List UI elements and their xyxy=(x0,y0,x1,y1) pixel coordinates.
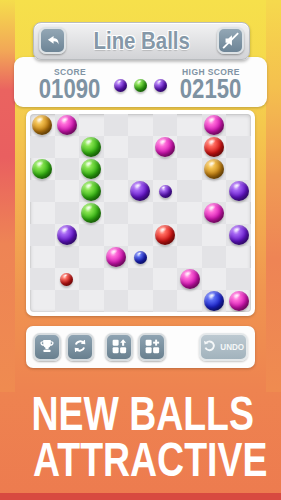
add-balls-button[interactable] xyxy=(138,333,166,361)
board-cell-r1c0[interactable] xyxy=(30,136,55,158)
preview-ball-blue[interactable] xyxy=(134,251,147,264)
board-cell-r2c5[interactable] xyxy=(153,158,178,180)
ball-gold[interactable] xyxy=(32,115,52,135)
board-cell-r2c8[interactable] xyxy=(226,158,251,180)
ball-green[interactable] xyxy=(81,159,101,179)
board-cell-r5c4[interactable] xyxy=(128,224,153,246)
board-cell-r4c5[interactable] xyxy=(153,202,178,224)
ball-red[interactable] xyxy=(204,137,224,157)
board-cell-r1c2[interactable] xyxy=(79,136,104,158)
undo-button[interactable]: UNDO xyxy=(199,333,248,361)
ball-magenta[interactable] xyxy=(106,247,126,267)
board-cell-r0c2[interactable] xyxy=(79,114,104,136)
board-cell-r3c7[interactable] xyxy=(202,180,227,202)
board-cell-r4c6[interactable] xyxy=(177,202,202,224)
back-button[interactable] xyxy=(39,27,66,54)
background-bottom-strip xyxy=(0,493,281,500)
board-cell-r2c1[interactable] xyxy=(55,158,80,180)
board-cell-r8c2[interactable] xyxy=(79,290,104,312)
background-left-glow xyxy=(0,0,15,392)
ball-magenta[interactable] xyxy=(180,269,200,289)
high-score-block: HIGH SCORE 02150 xyxy=(167,67,255,102)
board-cell-r1c6[interactable] xyxy=(177,136,202,158)
ball-magenta[interactable] xyxy=(155,137,175,157)
board-cell-r4c0[interactable] xyxy=(30,202,55,224)
ball-purple[interactable] xyxy=(229,225,249,245)
achievements-button[interactable] xyxy=(33,333,61,361)
board-cell-r4c3[interactable] xyxy=(104,202,129,224)
board-cell-r6c8[interactable] xyxy=(226,246,251,268)
app-screen: Line Balls SCORE 01090 HIGH SCORE 02150 xyxy=(0,0,281,500)
board-cell-r2c4[interactable] xyxy=(128,158,153,180)
board-cell-r8c0[interactable] xyxy=(30,290,55,312)
next-balls-preview xyxy=(114,79,167,92)
undo-arrow-icon xyxy=(202,338,217,356)
board-cell-r3c6[interactable] xyxy=(177,180,202,202)
game-board-card xyxy=(26,110,255,316)
next-ball-green xyxy=(134,79,147,92)
board-cell-r4c7[interactable] xyxy=(202,202,227,224)
board-cell-r5c2[interactable] xyxy=(79,224,104,246)
board-cell-r1c7[interactable] xyxy=(202,136,227,158)
board-cell-r3c0[interactable] xyxy=(30,180,55,202)
ball-magenta[interactable] xyxy=(57,115,77,135)
board-cell-r0c1[interactable] xyxy=(55,114,80,136)
board-cell-r0c6[interactable] xyxy=(177,114,202,136)
board-cell-r6c6[interactable] xyxy=(177,246,202,268)
ball-magenta[interactable] xyxy=(204,115,224,135)
board-cell-r7c4[interactable] xyxy=(128,268,153,290)
ball-red[interactable] xyxy=(155,225,175,245)
grid-arrow-icon xyxy=(110,337,128,358)
ball-purple[interactable] xyxy=(57,225,77,245)
board-cell-r3c4[interactable] xyxy=(128,180,153,202)
board-cell-r7c8[interactable] xyxy=(226,268,251,290)
level-up-button[interactable] xyxy=(105,333,133,361)
board-cell-r0c5[interactable] xyxy=(153,114,178,136)
next-ball-purple xyxy=(114,79,127,92)
board-cell-r8c6[interactable] xyxy=(177,290,202,312)
board-cell-r3c3[interactable] xyxy=(104,180,129,202)
board-cell-r3c2[interactable] xyxy=(79,180,104,202)
undo-button-label: UNDO xyxy=(220,342,244,352)
board-cell-r0c3[interactable] xyxy=(104,114,129,136)
score-panel: SCORE 01090 HIGH SCORE 02150 xyxy=(14,57,267,107)
board-cell-r8c5[interactable] xyxy=(153,290,178,312)
board-cell-r0c8[interactable] xyxy=(226,114,251,136)
board-cell-r1c5[interactable] xyxy=(153,136,178,158)
board-cell-r7c0[interactable] xyxy=(30,268,55,290)
board-cell-r3c5[interactable] xyxy=(153,180,178,202)
board-cell-r5c3[interactable] xyxy=(104,224,129,246)
score-block: SCORE 01090 xyxy=(26,67,114,102)
trophy-icon xyxy=(38,337,56,358)
board-cell-r8c4[interactable] xyxy=(128,290,153,312)
grid-plus-icon xyxy=(143,337,161,358)
refresh-icon xyxy=(71,337,89,358)
board-cell-r2c2[interactable] xyxy=(79,158,104,180)
board-cell-r2c6[interactable] xyxy=(177,158,202,180)
board-cell-r7c1[interactable] xyxy=(55,268,80,290)
board-cell-r0c4[interactable] xyxy=(128,114,153,136)
preview-ball-purple[interactable] xyxy=(159,185,172,198)
board-cell-r5c5[interactable] xyxy=(153,224,178,246)
score-value: 01090 xyxy=(39,77,101,102)
ball-purple[interactable] xyxy=(130,181,150,201)
board-cell-r0c7[interactable] xyxy=(202,114,227,136)
background-right-glow xyxy=(266,0,281,392)
bottom-toolbar: UNDO xyxy=(26,326,255,368)
board-cell-r8c3[interactable] xyxy=(104,290,129,312)
high-score-value: 02150 xyxy=(180,77,242,102)
board-cell-r7c6[interactable] xyxy=(177,268,202,290)
preview-ball-red[interactable] xyxy=(60,273,73,286)
board-cell-r7c5[interactable] xyxy=(153,268,178,290)
board-cell-r1c3[interactable] xyxy=(104,136,129,158)
board-cell-r5c7[interactable] xyxy=(202,224,227,246)
board-cell-r8c7[interactable] xyxy=(202,290,227,312)
ball-purple[interactable] xyxy=(229,181,249,201)
board-cell-r2c3[interactable] xyxy=(104,158,129,180)
title-bar: Line Balls xyxy=(33,22,250,60)
board-cell-r2c0[interactable] xyxy=(30,158,55,180)
board-cell-r1c8[interactable] xyxy=(226,136,251,158)
ball-green[interactable] xyxy=(81,181,101,201)
board-cell-r8c8[interactable] xyxy=(226,290,251,312)
promo-caption: NEW BALLS ATTRACTIVE xyxy=(0,391,281,483)
board-cell-r5c8[interactable] xyxy=(226,224,251,246)
ball-green[interactable] xyxy=(81,137,101,157)
ball-magenta[interactable] xyxy=(229,291,249,311)
board-cell-r7c3[interactable] xyxy=(104,268,129,290)
board-cell-r5c0[interactable] xyxy=(30,224,55,246)
board-cell-r4c8[interactable] xyxy=(226,202,251,224)
ball-magenta[interactable] xyxy=(204,203,224,223)
board-cell-r5c6[interactable] xyxy=(177,224,202,246)
board-cell-r6c2[interactable] xyxy=(79,246,104,268)
ball-gold[interactable] xyxy=(204,159,224,179)
page-title: Line Balls xyxy=(93,27,189,55)
board-cell-r1c1[interactable] xyxy=(55,136,80,158)
restart-button[interactable] xyxy=(66,333,94,361)
game-board-grid xyxy=(30,114,251,312)
board-cell-r0c0[interactable] xyxy=(30,114,55,136)
board-cell-r6c0[interactable] xyxy=(30,246,55,268)
board-cell-r6c1[interactable] xyxy=(55,246,80,268)
board-cell-r3c1[interactable] xyxy=(55,180,80,202)
board-cell-r1c4[interactable] xyxy=(128,136,153,158)
board-cell-r7c7[interactable] xyxy=(202,268,227,290)
board-cell-r6c4[interactable] xyxy=(128,246,153,268)
ball-green[interactable] xyxy=(32,159,52,179)
ball-green[interactable] xyxy=(81,203,101,223)
next-ball-purple xyxy=(154,79,167,92)
board-cell-r6c7[interactable] xyxy=(202,246,227,268)
board-cell-r4c2[interactable] xyxy=(79,202,104,224)
board-cell-r8c1[interactable] xyxy=(55,290,80,312)
board-cell-r4c1[interactable] xyxy=(55,202,80,224)
promo-line-2: ATTRACTIVE xyxy=(33,437,267,483)
ball-blue[interactable] xyxy=(204,291,224,311)
board-cell-r6c3[interactable] xyxy=(104,246,129,268)
back-arrow-icon xyxy=(44,32,61,49)
board-cell-r5c1[interactable] xyxy=(55,224,80,246)
board-cell-r4c4[interactable] xyxy=(128,202,153,224)
board-cell-r7c2[interactable] xyxy=(79,268,104,290)
mute-button[interactable] xyxy=(217,27,244,54)
board-cell-r6c5[interactable] xyxy=(153,246,178,268)
promo-line-1: NEW BALLS xyxy=(31,391,254,437)
board-cell-r2c7[interactable] xyxy=(202,158,227,180)
sound-muted-icon xyxy=(222,32,239,49)
board-cell-r3c8[interactable] xyxy=(226,180,251,202)
